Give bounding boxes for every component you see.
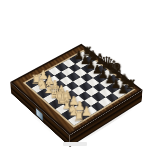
board-frame: ♜♟♟♜♞♟♟♞♝♟♟♝♛♟♟♛♚♟♟♚♝♟♟♝♞♟♟♞♜♟♟♜ [10, 44, 142, 136]
watermark [63, 142, 87, 146]
chess-piece[interactable]: ♜ [73, 110, 83, 123]
product-photo-scene: ♜♟♟♜♞♟♟♞♝♟♟♝♛♟♟♛♚♟♟♚♝♟♟♝♞♟♟♞♜♟♟♜ [29, 39, 123, 133]
chess-box: ♜♟♟♜♞♟♟♞♝♟♟♝♛♟♟♛♚♟♟♚♝♟♟♝♞♟♟♞♜♟♟♜ [10, 44, 142, 136]
chess-piece[interactable]: ♟ [117, 84, 127, 95]
